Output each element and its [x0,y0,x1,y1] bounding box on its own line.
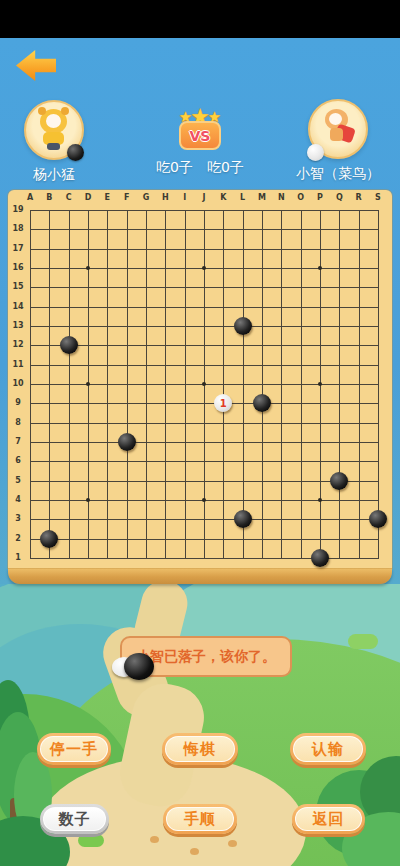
grid-line [281,210,282,559]
grid-line [262,210,263,559]
player-white-panel: 小智（菜鸟） [293,99,383,183]
column-label: I [178,193,192,202]
grid-line [30,403,379,404]
star-point [318,266,322,270]
column-label: G [139,193,153,202]
grid-line [30,423,379,424]
bush-icon [348,634,378,649]
row-label: 10 [10,379,26,388]
row-label: 7 [10,437,26,446]
bush-icon [78,834,104,847]
player-white-name: 小智（菜鸟） [296,165,380,183]
column-label: A [23,193,37,202]
row-label: 6 [10,456,26,465]
player-black-panel: 杨小猛 [9,100,99,184]
row-label: 11 [10,360,26,369]
row-label: 18 [10,224,26,233]
black-stone-S3 [369,510,387,528]
sand-dot [150,836,159,843]
undo-button[interactable]: 悔棋 [162,733,238,765]
column-label: J [197,193,211,202]
column-label: E [100,193,114,202]
row-label: 3 [10,514,26,523]
column-label: S [371,193,385,202]
avatar-white-player [308,99,368,159]
black-stone-C12 [60,336,78,354]
white-stone-K9: 1 [214,394,232,412]
return-button[interactable]: 返回 [292,804,365,834]
row-label: 15 [10,282,26,291]
row-label: 17 [10,244,26,253]
column-label: P [313,193,327,202]
grid-line [30,519,379,520]
column-label: R [352,193,366,202]
star-point [318,498,322,502]
vs-badge: VS [179,121,221,150]
captures-left: 吃0子 [156,159,193,177]
vs-panel: ★★★ VS 吃0子 吃0子 [145,105,255,177]
column-label: K [216,193,230,202]
column-label: H [158,193,172,202]
status-bar [0,0,400,38]
star-point [86,498,90,502]
black-stone-M9 [253,394,271,412]
grid-line [30,442,379,443]
column-label: C [62,193,76,202]
black-stone-badge-icon [67,144,84,161]
row-label: 5 [10,476,26,485]
black-stone-P1 [311,549,329,567]
grid-line [301,210,302,559]
column-label: Q [332,193,346,202]
grid-line [30,461,379,462]
star-point [318,382,322,386]
grid-line [359,210,360,559]
star-point [86,266,90,270]
column-label: N [274,193,288,202]
black-stone-Q5 [330,472,348,490]
row-label: 16 [10,263,26,272]
sand-dot [190,848,199,855]
grid-line [30,539,379,540]
move-number-label: 1 [214,394,232,412]
row-label: 4 [10,495,26,504]
grid-line [223,210,224,559]
pass-button[interactable]: 停一手 [37,733,111,765]
column-label: O [294,193,308,202]
row-label: 8 [10,418,26,427]
column-label: F [120,193,134,202]
grid-line [378,210,379,559]
white-stone-badge-icon [307,144,324,161]
star-point [202,266,206,270]
go-board: ABCDEFGHIJKLMNOPQRS 19181716151413121110… [8,190,392,584]
move-order-button[interactable]: 手顺 [163,804,237,834]
turn-message-text: 小智已落子，该你了。 [136,648,276,666]
avatar-black-player [24,100,84,160]
row-label: 12 [10,340,26,349]
player-black-name: 杨小猛 [33,166,75,184]
board-surface: ABCDEFGHIJKLMNOPQRS 19181716151413121110… [8,190,392,568]
board-wooden-edge [8,568,392,584]
sand-dot [228,840,237,847]
resign-button[interactable]: 认输 [290,733,366,765]
black-stone-L3 [234,510,252,528]
board-grid[interactable]: 1 [30,210,379,559]
count-button[interactable]: 数子 [40,804,109,834]
row-label: 1 [10,553,26,562]
black-stone-F7 [118,433,136,451]
star-point [86,382,90,386]
grid-line [243,210,244,559]
captures-right: 吃0子 [207,159,244,177]
captures-counter: 吃0子 吃0子 [156,159,244,177]
column-label: L [236,193,250,202]
grid-line [339,210,340,559]
column-label: D [81,193,95,202]
star-point [202,498,206,502]
column-label: M [255,193,269,202]
decorative-black-stone-icon [124,653,154,680]
row-label: 9 [10,398,26,407]
row-label: 2 [10,534,26,543]
row-label: 14 [10,302,26,311]
column-label: B [42,193,56,202]
black-stone-L13 [234,317,252,335]
grid-line [30,481,379,482]
row-label: 19 [10,205,26,214]
black-stone-B2 [40,530,58,548]
star-point [202,382,206,386]
row-label: 13 [10,321,26,330]
